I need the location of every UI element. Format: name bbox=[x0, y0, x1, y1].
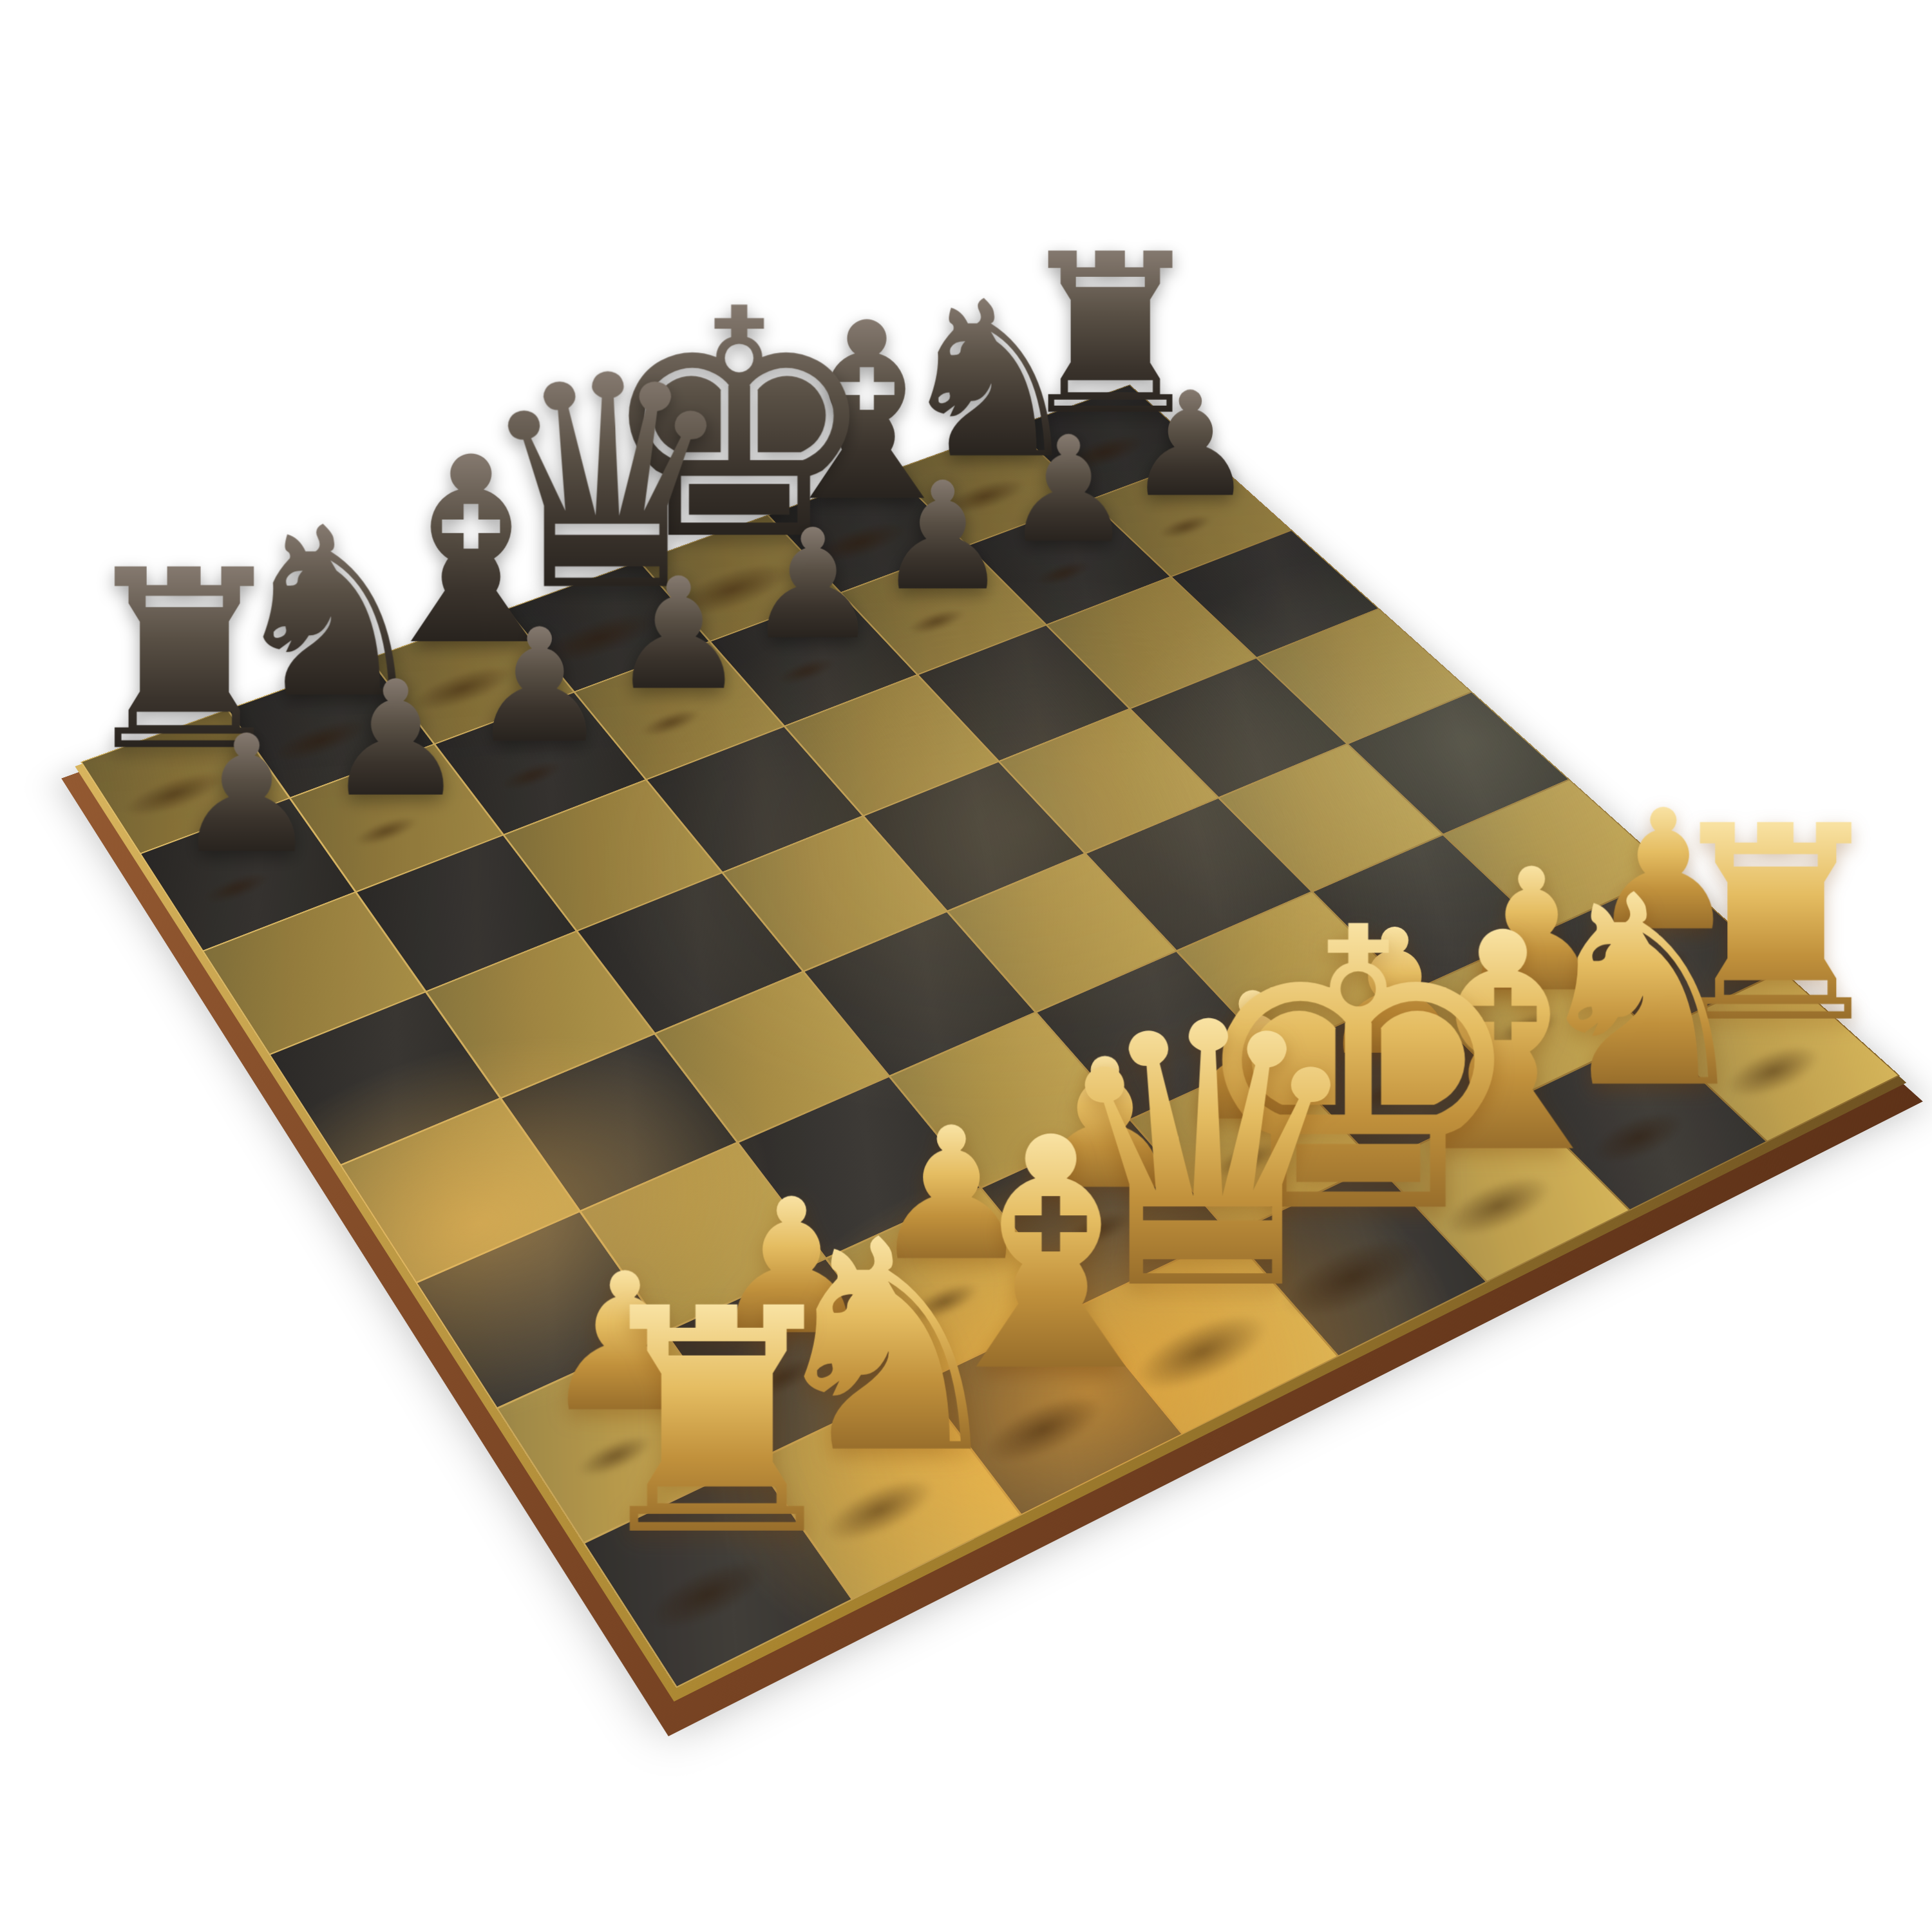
bronze-pawn-glyph: ♟ bbox=[174, 717, 319, 871]
bronze-pawn-glyph: ♟ bbox=[745, 513, 881, 658]
bronze-pawn-glyph: ♟ bbox=[1003, 421, 1134, 560]
product-photo-scene: ♜♞♝♛♚♝♞♜♟♟♟♟♟♟♟♟♟♟♟♟♟♟♟♟♜♞♝♛♚♝♞♜ bbox=[0, 0, 1932, 1932]
bronze-pawn-glyph: ♟ bbox=[325, 664, 468, 815]
bronze-pawn-glyph: ♟ bbox=[609, 562, 748, 708]
bronze-pawn-glyph: ♟ bbox=[1126, 377, 1255, 514]
brass-rook-glyph: ♜ bbox=[578, 1276, 856, 1571]
bronze-pawn-glyph: ♟ bbox=[469, 612, 610, 761]
bronze-pawn-glyph: ♟ bbox=[876, 466, 1009, 608]
